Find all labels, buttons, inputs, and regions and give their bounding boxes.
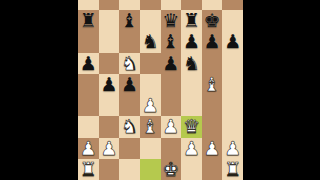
square-g3[interactable]	[202, 116, 223, 137]
black-pawn[interactable]: ♟	[121, 74, 138, 95]
square-f8[interactable]: ♜	[181, 10, 202, 31]
square-g4[interactable]	[202, 95, 223, 116]
square-c2[interactable]	[119, 138, 140, 159]
square-a7[interactable]	[78, 31, 99, 52]
white-pawn[interactable]: ♟	[100, 138, 117, 159]
square-g1[interactable]	[202, 159, 223, 180]
black-pawn[interactable]: ♟	[204, 31, 221, 52]
square-e3[interactable]: ♟	[161, 116, 182, 137]
sliver-square-f	[181, 0, 202, 10]
square-f1[interactable]	[181, 159, 202, 180]
square-g7[interactable]: ♟	[202, 31, 223, 52]
square-c7[interactable]	[119, 31, 140, 52]
square-h4[interactable]	[222, 95, 243, 116]
white-pawn[interactable]: ♟	[142, 95, 159, 116]
square-e4[interactable]	[161, 95, 182, 116]
square-h6[interactable]	[222, 53, 243, 74]
black-rook[interactable]: ♜	[183, 10, 200, 31]
sliver-square-c	[119, 0, 140, 10]
square-a3[interactable]	[78, 116, 99, 137]
square-a1[interactable]: ♜	[78, 159, 99, 180]
square-d2[interactable]	[140, 138, 161, 159]
black-bishop[interactable]: ♝	[162, 31, 179, 52]
square-f2[interactable]: ♟	[181, 138, 202, 159]
square-g2[interactable]: ♟	[202, 138, 223, 159]
square-c6[interactable]: ♞	[119, 53, 140, 74]
square-c3[interactable]: ♞	[119, 116, 140, 137]
square-b1[interactable]	[99, 159, 120, 180]
square-d7[interactable]: ♞	[140, 31, 161, 52]
square-b6[interactable]	[99, 53, 120, 74]
white-pawn[interactable]: ♟	[80, 138, 97, 159]
square-h1[interactable]: ♜	[222, 159, 243, 180]
black-pawn[interactable]: ♟	[183, 31, 200, 52]
white-king[interactable]: ♚	[162, 159, 179, 180]
square-c8[interactable]: ♝	[119, 10, 140, 31]
letterbox-right	[243, 0, 320, 180]
square-g6[interactable]	[202, 53, 223, 74]
square-f6[interactable]: ♞	[181, 53, 202, 74]
square-a8[interactable]: ♜	[78, 10, 99, 31]
square-d5[interactable]	[140, 74, 161, 95]
square-e5[interactable]	[161, 74, 182, 95]
sliver-square-g	[202, 0, 223, 10]
white-bishop[interactable]: ♝	[142, 116, 159, 137]
letterbox-left	[0, 0, 78, 180]
square-d8[interactable]	[140, 10, 161, 31]
sliver-square-h	[222, 0, 243, 10]
black-knight[interactable]: ♞	[142, 31, 159, 52]
white-knight[interactable]: ♞	[121, 53, 138, 74]
square-d3[interactable]: ♝	[140, 116, 161, 137]
square-f5[interactable]	[181, 74, 202, 95]
black-pawn[interactable]: ♟	[80, 53, 97, 74]
square-f7[interactable]: ♟	[181, 31, 202, 52]
square-a2[interactable]: ♟	[78, 138, 99, 159]
square-b8[interactable]	[99, 10, 120, 31]
square-b7[interactable]	[99, 31, 120, 52]
square-g5[interactable]: ♝	[202, 74, 223, 95]
black-rook[interactable]: ♜	[80, 10, 97, 31]
square-f3[interactable]: ♛	[181, 116, 202, 137]
white-pawn[interactable]: ♟	[224, 138, 241, 159]
square-a5[interactable]	[78, 74, 99, 95]
square-c5[interactable]: ♟	[119, 74, 140, 95]
square-e8[interactable]: ♛	[161, 10, 182, 31]
square-h8[interactable]	[222, 10, 243, 31]
square-g8[interactable]: ♚	[202, 10, 223, 31]
square-a6[interactable]: ♟	[78, 53, 99, 74]
square-c1[interactable]	[119, 159, 140, 180]
video-frame: ♜♝♛♜♚♞♝♟♟♟♟♞♟♞♟♟♝♟♞♝♟♛♟♟♟♟♟♜♚♜	[0, 0, 320, 180]
white-knight[interactable]: ♞	[121, 116, 138, 137]
black-king[interactable]: ♚	[204, 10, 221, 31]
white-queen[interactable]: ♛	[183, 116, 200, 137]
black-queen[interactable]: ♛	[162, 10, 179, 31]
square-e2[interactable]	[161, 138, 182, 159]
square-e1[interactable]: ♚	[161, 159, 182, 180]
sliver-square-d	[140, 0, 161, 10]
white-pawn[interactable]: ♟	[183, 138, 200, 159]
black-pawn[interactable]: ♟	[224, 31, 241, 52]
square-h3[interactable]	[222, 116, 243, 137]
sliver-square-b	[99, 0, 120, 10]
square-b5[interactable]: ♟	[99, 74, 120, 95]
square-d6[interactable]	[140, 53, 161, 74]
chess-board: ♜♝♛♜♚♞♝♟♟♟♟♞♟♞♟♟♝♟♞♝♟♛♟♟♟♟♟♜♚♜	[78, 0, 243, 180]
square-b4[interactable]	[99, 95, 120, 116]
square-d4[interactable]: ♟	[140, 95, 161, 116]
sliver-square-a	[78, 0, 99, 10]
square-h2[interactable]: ♟	[222, 138, 243, 159]
black-bishop[interactable]: ♝	[121, 10, 138, 31]
square-b2[interactable]: ♟	[99, 138, 120, 159]
square-h5[interactable]	[222, 74, 243, 95]
square-e6[interactable]: ♟	[161, 53, 182, 74]
square-h7[interactable]: ♟	[222, 31, 243, 52]
square-d1[interactable]	[140, 159, 161, 180]
white-pawn[interactable]: ♟	[204, 138, 221, 159]
square-a4[interactable]	[78, 95, 99, 116]
black-pawn[interactable]: ♟	[100, 74, 117, 95]
square-e7[interactable]: ♝	[161, 31, 182, 52]
white-rook[interactable]: ♜	[80, 159, 97, 180]
square-c4[interactable]	[119, 95, 140, 116]
black-pawn[interactable]: ♟	[162, 53, 179, 74]
sliver-square-e	[161, 0, 182, 10]
white-rook[interactable]: ♜	[224, 159, 241, 180]
white-bishop[interactable]: ♝	[204, 74, 221, 95]
square-b3[interactable]	[99, 116, 120, 137]
square-f4[interactable]	[181, 95, 202, 116]
white-pawn[interactable]: ♟	[162, 116, 179, 137]
black-knight[interactable]: ♞	[183, 53, 200, 74]
